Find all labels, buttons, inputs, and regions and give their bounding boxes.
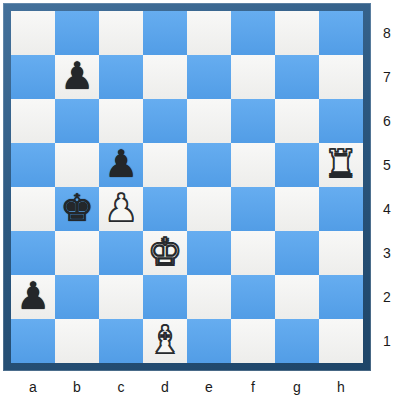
- square-g8[interactable]: [275, 11, 319, 55]
- square-e4[interactable]: [187, 187, 231, 231]
- square-h3[interactable]: [319, 231, 363, 275]
- square-c8[interactable]: [99, 11, 143, 55]
- square-f7[interactable]: [231, 55, 275, 99]
- square-g4[interactable]: [275, 187, 319, 231]
- square-a1[interactable]: [11, 319, 55, 363]
- square-g2[interactable]: [275, 275, 319, 319]
- square-e1[interactable]: [187, 319, 231, 363]
- square-d8[interactable]: [143, 11, 187, 55]
- rank-labels: 87654321: [375, 11, 399, 363]
- square-f3[interactable]: [231, 231, 275, 275]
- square-d3[interactable]: ♚: [143, 231, 187, 275]
- square-h7[interactable]: [319, 55, 363, 99]
- square-c3[interactable]: [99, 231, 143, 275]
- square-g1[interactable]: [275, 319, 319, 363]
- square-g7[interactable]: [275, 55, 319, 99]
- square-g6[interactable]: [275, 99, 319, 143]
- square-g5[interactable]: [275, 143, 319, 187]
- square-h8[interactable]: [319, 11, 363, 55]
- square-f1[interactable]: [231, 319, 275, 363]
- rank-label-7: 7: [375, 55, 399, 99]
- square-h4[interactable]: [319, 187, 363, 231]
- square-c1[interactable]: [99, 319, 143, 363]
- file-label-d: d: [143, 376, 187, 398]
- square-e8[interactable]: [187, 11, 231, 55]
- square-e7[interactable]: [187, 55, 231, 99]
- square-a8[interactable]: [11, 11, 55, 55]
- file-label-a: a: [11, 376, 55, 398]
- file-label-f: f: [231, 376, 275, 398]
- square-g3[interactable]: [275, 231, 319, 275]
- file-label-g: g: [275, 376, 319, 398]
- file-label-h: h: [319, 376, 363, 398]
- square-h5[interactable]: ♜: [319, 143, 363, 187]
- piece-white-pawn[interactable]: ♟: [104, 186, 138, 230]
- square-d6[interactable]: [143, 99, 187, 143]
- square-e5[interactable]: [187, 143, 231, 187]
- square-f8[interactable]: [231, 11, 275, 55]
- file-labels: abcdefgh: [11, 376, 363, 398]
- file-label-c: c: [99, 376, 143, 398]
- square-a6[interactable]: [11, 99, 55, 143]
- square-h2[interactable]: [319, 275, 363, 319]
- square-b4[interactable]: ♚: [55, 187, 99, 231]
- square-c4[interactable]: ♟: [99, 187, 143, 231]
- piece-black-pawn[interactable]: ♟: [16, 274, 50, 318]
- square-a2[interactable]: ♟: [11, 275, 55, 319]
- square-d2[interactable]: [143, 275, 187, 319]
- square-b7[interactable]: ♟: [55, 55, 99, 99]
- square-e3[interactable]: [187, 231, 231, 275]
- square-a5[interactable]: [11, 143, 55, 187]
- square-b5[interactable]: [55, 143, 99, 187]
- rank-label-4: 4: [375, 187, 399, 231]
- piece-black-king[interactable]: ♚: [60, 186, 94, 230]
- square-b3[interactable]: [55, 231, 99, 275]
- chess-diagram: ♟♟♜♚♟♚♟♝ 87654321 abcdefgh: [0, 0, 400, 400]
- board-frame: ♟♟♜♚♟♚♟♝: [3, 3, 371, 371]
- piece-white-bishop[interactable]: ♝: [148, 318, 182, 362]
- rank-label-5: 5: [375, 143, 399, 187]
- square-d1[interactable]: ♝: [143, 319, 187, 363]
- square-b8[interactable]: [55, 11, 99, 55]
- chess-board: ♟♟♜♚♟♚♟♝: [11, 11, 363, 363]
- square-h1[interactable]: [319, 319, 363, 363]
- square-d7[interactable]: [143, 55, 187, 99]
- file-label-e: e: [187, 376, 231, 398]
- rank-label-6: 6: [375, 99, 399, 143]
- file-label-b: b: [55, 376, 99, 398]
- piece-white-king[interactable]: ♚: [148, 230, 182, 274]
- square-a3[interactable]: [11, 231, 55, 275]
- square-d5[interactable]: [143, 143, 187, 187]
- rank-label-2: 2: [375, 275, 399, 319]
- square-c2[interactable]: [99, 275, 143, 319]
- rank-label-8: 8: [375, 11, 399, 55]
- square-c6[interactable]: [99, 99, 143, 143]
- piece-black-pawn[interactable]: ♟: [104, 142, 138, 186]
- rank-label-3: 3: [375, 231, 399, 275]
- rank-label-1: 1: [375, 319, 399, 363]
- square-b1[interactable]: [55, 319, 99, 363]
- square-a7[interactable]: [11, 55, 55, 99]
- piece-white-rook[interactable]: ♜: [324, 142, 358, 186]
- square-d4[interactable]: [143, 187, 187, 231]
- square-f4[interactable]: [231, 187, 275, 231]
- square-f6[interactable]: [231, 99, 275, 143]
- square-f2[interactable]: [231, 275, 275, 319]
- square-c5[interactable]: ♟: [99, 143, 143, 187]
- square-f5[interactable]: [231, 143, 275, 187]
- square-a4[interactable]: [11, 187, 55, 231]
- square-c7[interactable]: [99, 55, 143, 99]
- piece-black-pawn[interactable]: ♟: [60, 54, 94, 98]
- square-b2[interactable]: [55, 275, 99, 319]
- square-h6[interactable]: [319, 99, 363, 143]
- square-e6[interactable]: [187, 99, 231, 143]
- square-e2[interactable]: [187, 275, 231, 319]
- square-b6[interactable]: [55, 99, 99, 143]
